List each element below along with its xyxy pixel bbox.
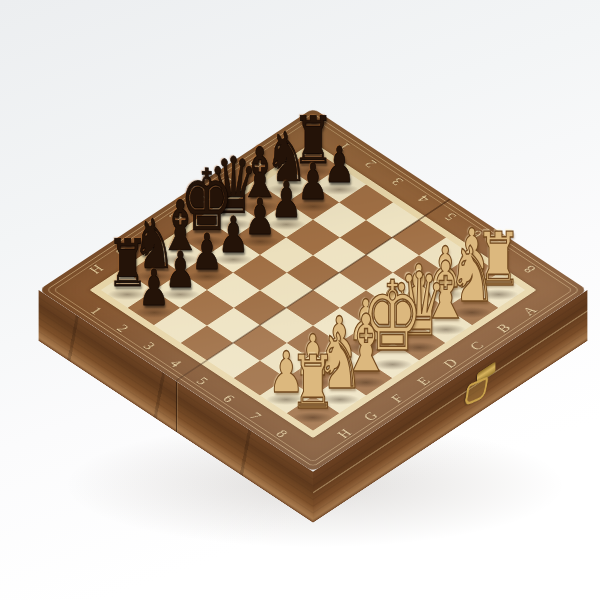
square-f5[interactable] [260,308,313,343]
board-top-face: 12345678 12345678 ABCDEFGH ABCDEFGH [39,108,588,472]
square-g7[interactable] [286,360,339,395]
square-b8[interactable] [446,290,499,325]
square-f7[interactable] [313,343,366,378]
coord-label: 2 [113,322,131,334]
coord-label: 1 [335,140,353,152]
photo-background: 12345678 12345678 ABCDEFGH ABCDEFGH [0,0,600,600]
coord-label: D [440,357,461,371]
square-d7[interactable] [366,308,419,343]
coord-label: 6 [219,393,237,405]
coord-label: 1 [87,305,105,317]
square-h3[interactable] [154,308,207,343]
square-h8[interactable] [286,395,339,430]
coord-label: H [334,427,355,441]
coord-label: G [112,245,133,259]
coord-label: H [85,262,106,276]
square-h6[interactable] [233,360,286,395]
coord-label: 2 [362,158,380,170]
square-d6[interactable] [340,290,393,325]
square-g4[interactable] [207,308,260,343]
coord-label: F [139,228,158,241]
square-c7[interactable] [393,290,446,325]
square-f4[interactable] [233,290,286,325]
square-d8[interactable] [393,325,446,360]
chess-box: 12345678 12345678 ABCDEFGH ABCDEFGH [39,108,588,472]
square-f8[interactable] [340,360,393,395]
coord-label: E [165,210,185,223]
coord-label: D [191,192,212,206]
square-e5[interactable] [286,290,339,325]
coord-label: 3 [388,175,406,187]
coord-label: 7 [495,245,513,257]
square-e7[interactable] [340,325,393,360]
coord-label: E [414,375,434,388]
square-c8[interactable] [419,308,472,343]
square-g5[interactable] [233,325,286,360]
coord-label: B [494,322,514,335]
coord-label: 7 [246,410,264,422]
square-g3[interactable] [180,290,233,325]
coord-label: A [520,304,541,318]
fold-seam-side [176,381,177,433]
square-e6[interactable] [313,308,366,343]
square-h4[interactable] [180,325,233,360]
coord-label: F [388,393,407,406]
latch-hook [464,376,489,407]
square-h5[interactable] [207,343,260,378]
coord-label: 8 [521,263,539,275]
square-h7[interactable] [260,378,313,413]
coord-label: B [245,157,265,170]
coord-label: 4 [166,358,184,370]
coord-label: 8 [272,428,290,440]
coord-label: C [218,174,238,187]
coord-label: 5 [193,375,211,387]
square-g6[interactable] [260,343,313,378]
coord-label: 6 [468,228,486,240]
square-f6[interactable] [286,325,339,360]
coord-label: 4 [415,193,433,205]
coord-label: C [467,339,487,352]
square-h2[interactable] [127,290,180,325]
coord-label: 3 [140,340,158,352]
coord-label: 5 [442,210,460,222]
square-g8[interactable] [313,378,366,413]
square-e8[interactable] [366,343,419,378]
coord-label: G [361,409,382,423]
coord-label: A [271,139,292,153]
